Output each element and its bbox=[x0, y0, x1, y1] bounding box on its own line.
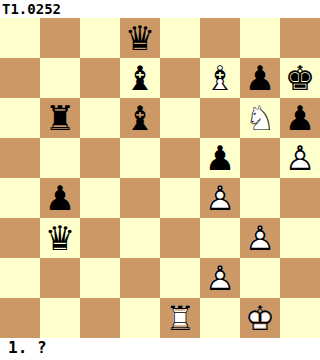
square-e4[interactable] bbox=[160, 178, 200, 218]
white-king-icon: ♔ bbox=[240, 298, 280, 338]
piece-black-queen: ♛ bbox=[120, 18, 160, 58]
square-b6[interactable]: ♜ bbox=[40, 98, 80, 138]
square-a3[interactable] bbox=[0, 218, 40, 258]
square-h8[interactable] bbox=[280, 18, 320, 58]
square-g6[interactable]: ♞♘ bbox=[240, 98, 280, 138]
square-c7[interactable] bbox=[80, 58, 120, 98]
piece-black-pawn: ♟ bbox=[40, 178, 80, 218]
square-b4[interactable]: ♟ bbox=[40, 178, 80, 218]
piece-black-pawn: ♟ bbox=[240, 58, 280, 98]
square-a7[interactable] bbox=[0, 58, 40, 98]
square-c1[interactable] bbox=[80, 298, 120, 338]
piece-black-pawn: ♟ bbox=[200, 138, 240, 178]
square-g7[interactable]: ♟ bbox=[240, 58, 280, 98]
square-a4[interactable] bbox=[0, 178, 40, 218]
square-d2[interactable] bbox=[120, 258, 160, 298]
square-e2[interactable] bbox=[160, 258, 200, 298]
square-h4[interactable] bbox=[280, 178, 320, 218]
square-b8[interactable] bbox=[40, 18, 80, 58]
chess-board: ♛♝♝♗♟♚♜♝♞♘♟♟♟♙♟♟♙♛♟♙♟♙♜♖♚♔ bbox=[0, 18, 320, 338]
piece-white-pawn: ♟♙ bbox=[280, 138, 320, 178]
chess-diagram: T1.0252 ♛♝♝♗♟♚♜♝♞♘♟♟♟♙♟♟♙♛♟♙♟♙♜♖♚♔ 1. ? bbox=[0, 0, 320, 360]
piece-white-king: ♚♔ bbox=[240, 298, 280, 338]
black-king-icon: ♚ bbox=[280, 58, 320, 98]
square-e5[interactable] bbox=[160, 138, 200, 178]
square-f1[interactable] bbox=[200, 298, 240, 338]
square-b5[interactable] bbox=[40, 138, 80, 178]
black-pawn-icon: ♟ bbox=[240, 58, 280, 98]
square-b3[interactable]: ♛ bbox=[40, 218, 80, 258]
square-d1[interactable] bbox=[120, 298, 160, 338]
square-d5[interactable] bbox=[120, 138, 160, 178]
square-f5[interactable]: ♟ bbox=[200, 138, 240, 178]
black-rook-icon: ♜ bbox=[40, 98, 80, 138]
square-d6[interactable]: ♝ bbox=[120, 98, 160, 138]
square-g3[interactable]: ♟♙ bbox=[240, 218, 280, 258]
square-a8[interactable] bbox=[0, 18, 40, 58]
square-b1[interactable] bbox=[40, 298, 80, 338]
square-d4[interactable] bbox=[120, 178, 160, 218]
square-c8[interactable] bbox=[80, 18, 120, 58]
square-e6[interactable] bbox=[160, 98, 200, 138]
square-c2[interactable] bbox=[80, 258, 120, 298]
square-f6[interactable] bbox=[200, 98, 240, 138]
white-bishop-icon: ♗ bbox=[200, 58, 240, 98]
square-d7[interactable]: ♝ bbox=[120, 58, 160, 98]
square-a5[interactable] bbox=[0, 138, 40, 178]
square-a6[interactable] bbox=[0, 98, 40, 138]
square-e3[interactable] bbox=[160, 218, 200, 258]
black-bishop-icon: ♝ bbox=[120, 58, 160, 98]
black-queen-icon: ♛ bbox=[120, 18, 160, 58]
square-f2[interactable]: ♟♙ bbox=[200, 258, 240, 298]
diagram-title: T1.0252 bbox=[0, 0, 320, 18]
square-e8[interactable] bbox=[160, 18, 200, 58]
square-e1[interactable]: ♜♖ bbox=[160, 298, 200, 338]
square-f3[interactable] bbox=[200, 218, 240, 258]
square-g5[interactable] bbox=[240, 138, 280, 178]
square-d3[interactable] bbox=[120, 218, 160, 258]
square-d8[interactable]: ♛ bbox=[120, 18, 160, 58]
piece-black-rook: ♜ bbox=[40, 98, 80, 138]
square-a1[interactable] bbox=[0, 298, 40, 338]
white-pawn-icon: ♙ bbox=[200, 178, 240, 218]
white-rook-icon: ♖ bbox=[160, 298, 200, 338]
piece-black-pawn: ♟ bbox=[280, 98, 320, 138]
square-g2[interactable] bbox=[240, 258, 280, 298]
white-knight-icon: ♘ bbox=[240, 98, 280, 138]
square-h6[interactable]: ♟ bbox=[280, 98, 320, 138]
piece-white-pawn: ♟♙ bbox=[200, 178, 240, 218]
piece-white-knight: ♞♘ bbox=[240, 98, 280, 138]
square-b2[interactable] bbox=[40, 258, 80, 298]
square-c3[interactable] bbox=[80, 218, 120, 258]
square-g8[interactable] bbox=[240, 18, 280, 58]
black-pawn-icon: ♟ bbox=[200, 138, 240, 178]
square-e7[interactable] bbox=[160, 58, 200, 98]
square-f7[interactable]: ♝♗ bbox=[200, 58, 240, 98]
white-pawn-icon: ♙ bbox=[280, 138, 320, 178]
piece-white-pawn: ♟♙ bbox=[200, 258, 240, 298]
piece-white-rook: ♜♖ bbox=[160, 298, 200, 338]
square-a2[interactable] bbox=[0, 258, 40, 298]
square-h3[interactable] bbox=[280, 218, 320, 258]
square-g4[interactable] bbox=[240, 178, 280, 218]
square-b7[interactable] bbox=[40, 58, 80, 98]
black-bishop-icon: ♝ bbox=[120, 98, 160, 138]
piece-black-queen: ♛ bbox=[40, 218, 80, 258]
square-c5[interactable] bbox=[80, 138, 120, 178]
square-h1[interactable] bbox=[280, 298, 320, 338]
black-pawn-icon: ♟ bbox=[280, 98, 320, 138]
move-prompt: 1. ? bbox=[0, 338, 320, 360]
black-queen-icon: ♛ bbox=[40, 218, 80, 258]
black-pawn-icon: ♟ bbox=[40, 178, 80, 218]
piece-white-bishop: ♝♗ bbox=[200, 58, 240, 98]
square-h7[interactable]: ♚ bbox=[280, 58, 320, 98]
square-g1[interactable]: ♚♔ bbox=[240, 298, 280, 338]
white-pawn-icon: ♙ bbox=[200, 258, 240, 298]
square-f4[interactable]: ♟♙ bbox=[200, 178, 240, 218]
square-f8[interactable] bbox=[200, 18, 240, 58]
piece-white-pawn: ♟♙ bbox=[240, 218, 280, 258]
square-c6[interactable] bbox=[80, 98, 120, 138]
square-h2[interactable] bbox=[280, 258, 320, 298]
piece-black-king: ♚ bbox=[280, 58, 320, 98]
piece-black-bishop: ♝ bbox=[120, 98, 160, 138]
square-h5[interactable]: ♟♙ bbox=[280, 138, 320, 178]
square-c4[interactable] bbox=[80, 178, 120, 218]
white-pawn-icon: ♙ bbox=[240, 218, 280, 258]
piece-black-bishop: ♝ bbox=[120, 58, 160, 98]
